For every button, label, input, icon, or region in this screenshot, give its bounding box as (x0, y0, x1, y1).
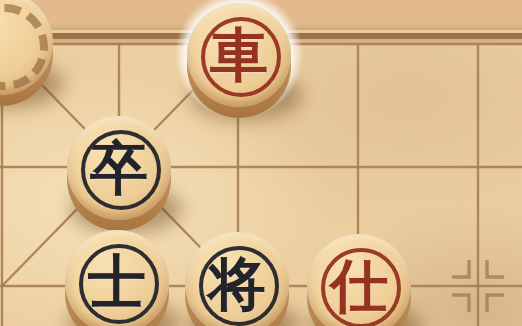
black-advisor[interactable]: 士 (60, 225, 174, 326)
xiangqi-board[interactable]: 車 卒 士 将 仕 (0, 0, 522, 326)
red-chariot[interactable]: 車 (182, 0, 296, 112)
piece-glyph: 将 (185, 232, 289, 326)
black-general[interactable]: 将 (180, 227, 294, 326)
point-marker (452, 295, 469, 312)
piece-face: 仕 (307, 234, 411, 326)
piece-face: 将 (185, 232, 289, 326)
piece-face: 士 (65, 230, 169, 326)
piece-face (0, 0, 53, 95)
piece-glyph: 仕 (307, 234, 411, 326)
point-marker (487, 260, 504, 277)
piece-glyph: 士 (65, 230, 169, 326)
piece-glyph (0, 0, 53, 95)
piece-glyph: 卒 (67, 116, 171, 220)
hidden-piece-face-down[interactable] (0, 0, 58, 100)
point-marker (452, 260, 469, 277)
piece-glyph: 車 (187, 3, 291, 107)
piece-face: 卒 (67, 116, 171, 220)
black-soldier[interactable]: 卒 (62, 111, 176, 225)
piece-face: 車 (187, 3, 291, 107)
point-marker (487, 295, 504, 312)
red-advisor[interactable]: 仕 (302, 229, 416, 326)
